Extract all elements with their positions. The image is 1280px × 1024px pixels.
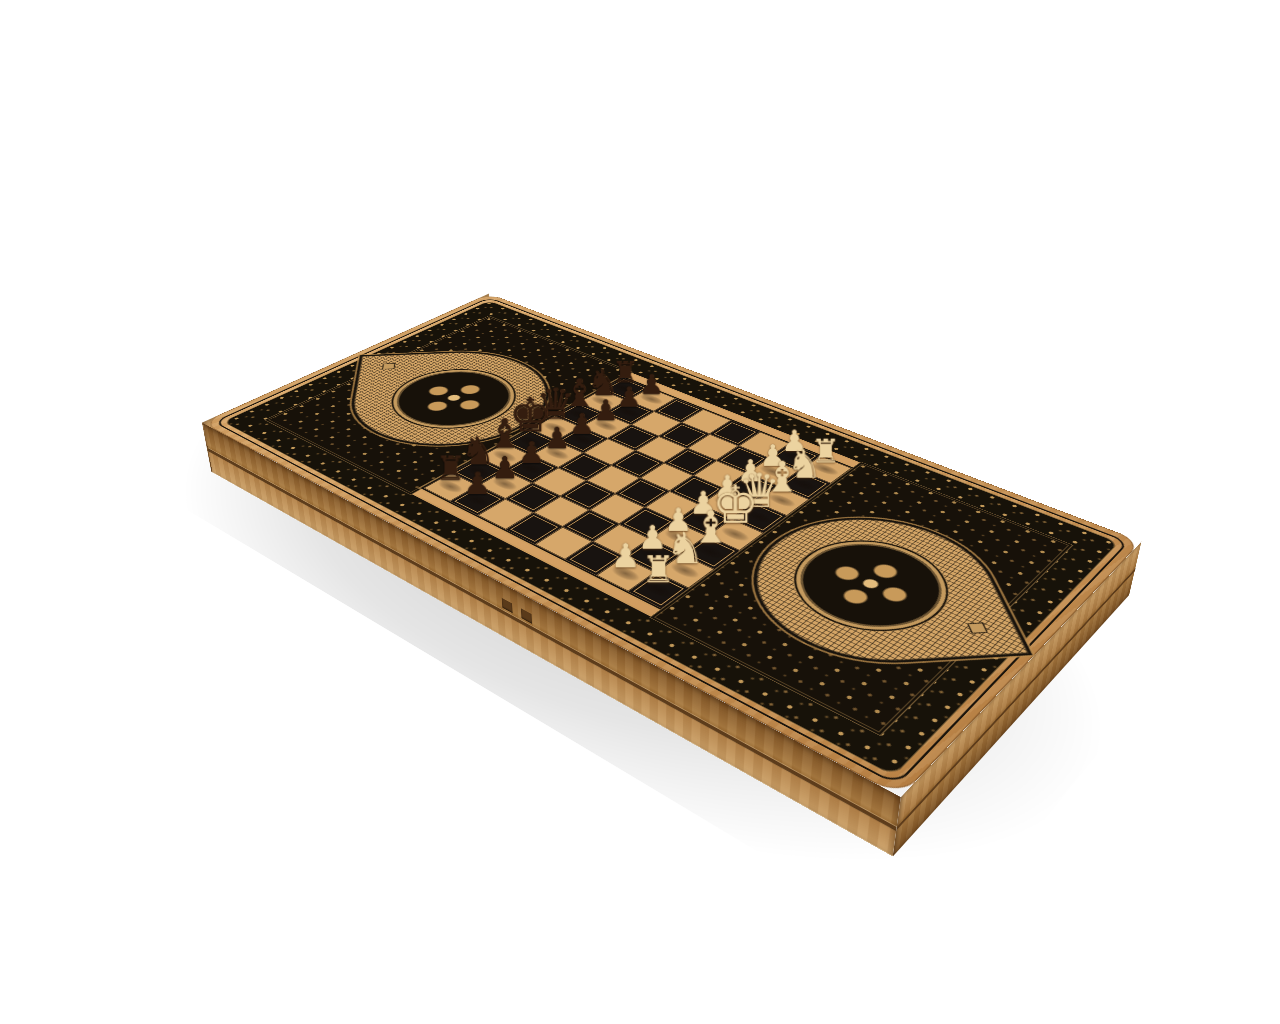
product-photo: ♜♟♟♜♞♟♟♞♝♟♟♝♛♟♟♛♚♟♟♚♝♟♟♝♞♟♟♞♜♟♟♜ (210, 263, 1070, 693)
right-medallion (767, 525, 973, 649)
game-box: ♜♟♟♜♞♟♟♞♝♟♟♝♛♟♟♛♚♟♟♚♝♟♟♝♞♟♟♞♜♟♟♜ (202, 294, 1141, 797)
right-finial-icon (969, 623, 987, 632)
left-finial-icon (383, 364, 394, 369)
